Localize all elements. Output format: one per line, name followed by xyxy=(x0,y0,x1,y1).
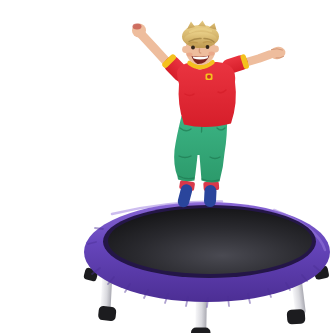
right-sock xyxy=(210,191,211,201)
left-fist-knuckles xyxy=(133,24,142,30)
boy xyxy=(132,21,286,202)
jumping-mat xyxy=(108,208,312,274)
socks xyxy=(179,180,219,202)
center-leg-foot xyxy=(191,328,211,333)
trampoline xyxy=(83,201,330,333)
right-leg-foot xyxy=(287,309,306,325)
right-eye xyxy=(206,45,210,49)
left-eye xyxy=(191,45,195,49)
left-leg-foot xyxy=(98,306,117,322)
hair xyxy=(182,21,219,49)
head xyxy=(182,21,219,66)
trampoline-jump-illustration xyxy=(40,16,333,333)
right-cheek-blush xyxy=(209,52,215,56)
chest-badge xyxy=(206,74,213,81)
left-cheek-blush xyxy=(187,53,193,57)
photo-scene xyxy=(40,16,333,333)
left-sock xyxy=(184,190,187,202)
